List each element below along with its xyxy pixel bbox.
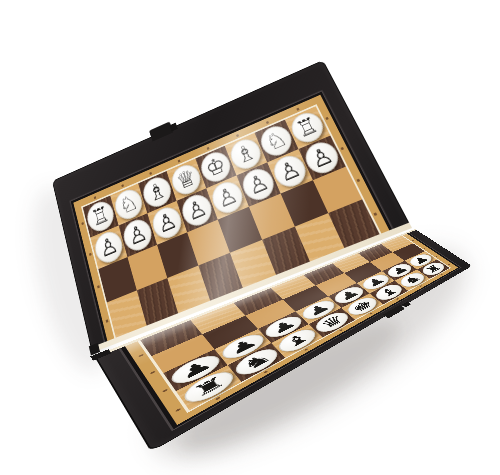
piece-glyph: ♙ — [97, 232, 120, 261]
piece-glyph: ♖ — [293, 113, 321, 141]
piece-glyph: ♗ — [232, 139, 259, 167]
latch-icon — [149, 121, 174, 141]
piece-glyph: ♖ — [89, 202, 111, 229]
piece-glyph: ♔ — [203, 152, 229, 180]
piece-glyph: ♙ — [214, 182, 241, 211]
piece-glyph: ♞ — [401, 273, 423, 286]
piece-glyph: ♘ — [117, 190, 140, 218]
piece-glyph: ♘ — [262, 126, 290, 154]
piece-glyph: ♙ — [125, 220, 149, 249]
piece-glyph: ♙ — [184, 195, 210, 224]
piece-glyph: ♗ — [145, 178, 169, 206]
piece-glyph: ♙ — [244, 169, 272, 198]
piece-glyph: ♜ — [423, 263, 444, 275]
product-photo-stage: ♖♘♗♕♔♗♘♖♙♙♙♙♙♙♙♙ ♟♟♟♟♟♟♟♟♜♞♝♛♚♝♞♜ — [0, 0, 500, 475]
piece-glyph: ♙ — [275, 156, 304, 185]
piece-glyph: ♕ — [174, 165, 199, 193]
piece-glyph: ♝ — [377, 285, 401, 300]
piece-glyph: ♙ — [154, 208, 179, 237]
piece-glyph: ♙ — [307, 142, 337, 171]
